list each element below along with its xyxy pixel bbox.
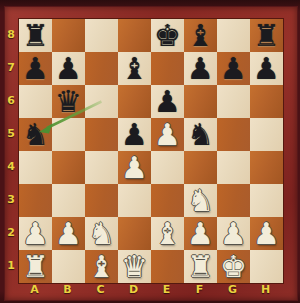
file-label-a: A [18, 283, 51, 298]
square-e4[interactable] [151, 151, 184, 184]
square-f6[interactable] [184, 85, 217, 118]
square-c2[interactable]: ♞ [85, 217, 118, 250]
chessboard-widget: 87654321 ABCDEFGH ♜♚♝♜♟♟♝♟♟♟♛♟♞♟♟♞♟♞♟♟♞♝… [0, 0, 300, 303]
square-h6[interactable] [250, 85, 283, 118]
rank-label-1: 1 [4, 249, 18, 282]
file-label-c: C [84, 283, 117, 298]
square-c4[interactable] [85, 151, 118, 184]
square-b2[interactable]: ♟ [52, 217, 85, 250]
square-g1[interactable]: ♚ [217, 250, 250, 283]
piece-white-pawn: ♟ [187, 217, 214, 250]
piece-white-knight: ♞ [187, 184, 214, 217]
square-b8[interactable] [52, 19, 85, 52]
rank-label-3: 3 [4, 183, 18, 216]
piece-white-rook: ♜ [187, 250, 214, 283]
piece-black-pawn: ♟ [55, 52, 82, 85]
square-e2[interactable]: ♝ [151, 217, 184, 250]
square-c3[interactable] [85, 184, 118, 217]
square-d3[interactable] [118, 184, 151, 217]
rank-label-5: 5 [4, 117, 18, 150]
square-h4[interactable] [250, 151, 283, 184]
square-e6[interactable]: ♟ [151, 85, 184, 118]
square-h8[interactable]: ♜ [250, 19, 283, 52]
square-h3[interactable] [250, 184, 283, 217]
piece-black-knight: ♞ [187, 118, 214, 151]
rank-label-6: 6 [4, 84, 18, 117]
square-f3[interactable]: ♞ [184, 184, 217, 217]
square-g7[interactable]: ♟ [217, 52, 250, 85]
piece-white-pawn: ♟ [220, 217, 247, 250]
square-a5[interactable]: ♞ [19, 118, 52, 151]
file-label-e: E [150, 283, 183, 298]
rank-labels: 87654321 [4, 18, 18, 282]
file-label-f: F [183, 283, 216, 298]
square-f2[interactable]: ♟ [184, 217, 217, 250]
piece-white-knight: ♞ [88, 217, 115, 250]
piece-white-bishop: ♝ [154, 217, 181, 250]
rank-label-2: 2 [4, 216, 18, 249]
square-c1[interactable]: ♝ [85, 250, 118, 283]
square-e8[interactable]: ♚ [151, 19, 184, 52]
rank-label-8: 8 [4, 18, 18, 51]
square-d6[interactable] [118, 85, 151, 118]
square-d5[interactable]: ♟ [118, 118, 151, 151]
piece-black-pawn: ♟ [22, 52, 49, 85]
file-label-d: D [117, 283, 150, 298]
square-g2[interactable]: ♟ [217, 217, 250, 250]
square-a7[interactable]: ♟ [19, 52, 52, 85]
square-b5[interactable] [52, 118, 85, 151]
piece-black-bishop: ♝ [187, 19, 214, 52]
rank-label-4: 4 [4, 150, 18, 183]
square-h7[interactable]: ♟ [250, 52, 283, 85]
piece-black-pawn: ♟ [121, 118, 148, 151]
square-c6[interactable] [85, 85, 118, 118]
file-label-h: H [249, 283, 282, 298]
piece-black-pawn: ♟ [187, 52, 214, 85]
square-c7[interactable] [85, 52, 118, 85]
square-f4[interactable] [184, 151, 217, 184]
square-f7[interactable]: ♟ [184, 52, 217, 85]
square-b3[interactable] [52, 184, 85, 217]
piece-black-pawn: ♟ [253, 52, 280, 85]
piece-white-pawn: ♟ [22, 217, 49, 250]
square-g6[interactable] [217, 85, 250, 118]
rank-label-7: 7 [4, 51, 18, 84]
square-a6[interactable] [19, 85, 52, 118]
square-d4[interactable]: ♟ [118, 151, 151, 184]
file-label-b: B [51, 283, 84, 298]
square-b7[interactable]: ♟ [52, 52, 85, 85]
square-a8[interactable]: ♜ [19, 19, 52, 52]
square-g3[interactable] [217, 184, 250, 217]
square-e7[interactable] [151, 52, 184, 85]
piece-black-bishop: ♝ [121, 52, 148, 85]
square-c5[interactable] [85, 118, 118, 151]
square-d1[interactable]: ♛ [118, 250, 151, 283]
square-d2[interactable] [118, 217, 151, 250]
chess-board: ♜♚♝♜♟♟♝♟♟♟♛♟♞♟♟♞♟♞♟♟♞♝♟♟♟♜♝♛♜♚ [18, 18, 284, 284]
square-d8[interactable] [118, 19, 151, 52]
square-h1[interactable] [250, 250, 283, 283]
square-g8[interactable] [217, 19, 250, 52]
square-b6[interactable]: ♛ [52, 85, 85, 118]
piece-white-pawn: ♟ [55, 217, 82, 250]
square-g5[interactable] [217, 118, 250, 151]
square-f1[interactable]: ♜ [184, 250, 217, 283]
square-h5[interactable] [250, 118, 283, 151]
piece-black-pawn: ♟ [154, 85, 181, 118]
square-a4[interactable] [19, 151, 52, 184]
square-e3[interactable] [151, 184, 184, 217]
square-c8[interactable] [85, 19, 118, 52]
piece-black-king: ♚ [154, 19, 181, 52]
file-labels: ABCDEFGH [18, 283, 282, 298]
square-g4[interactable] [217, 151, 250, 184]
square-e1[interactable] [151, 250, 184, 283]
piece-white-pawn: ♟ [121, 151, 148, 184]
square-a3[interactable] [19, 184, 52, 217]
square-h2[interactable]: ♟ [250, 217, 283, 250]
piece-white-queen: ♛ [121, 250, 148, 283]
piece-black-pawn: ♟ [220, 52, 247, 85]
piece-black-rook: ♜ [22, 19, 49, 52]
piece-white-bishop: ♝ [88, 250, 115, 283]
piece-black-rook: ♜ [253, 19, 280, 52]
square-f8[interactable]: ♝ [184, 19, 217, 52]
square-a2[interactable]: ♟ [19, 217, 52, 250]
file-label-g: G [216, 283, 249, 298]
square-e5[interactable]: ♟ [151, 118, 184, 151]
square-b4[interactable] [52, 151, 85, 184]
piece-white-pawn: ♟ [154, 118, 181, 151]
piece-white-pawn: ♟ [253, 217, 280, 250]
square-a1[interactable]: ♜ [19, 250, 52, 283]
piece-white-king: ♚ [220, 250, 247, 283]
piece-white-rook: ♜ [22, 250, 49, 283]
square-b1[interactable] [52, 250, 85, 283]
piece-black-queen: ♛ [55, 85, 82, 118]
square-d7[interactable]: ♝ [118, 52, 151, 85]
piece-black-knight: ♞ [22, 118, 49, 151]
square-f5[interactable]: ♞ [184, 118, 217, 151]
